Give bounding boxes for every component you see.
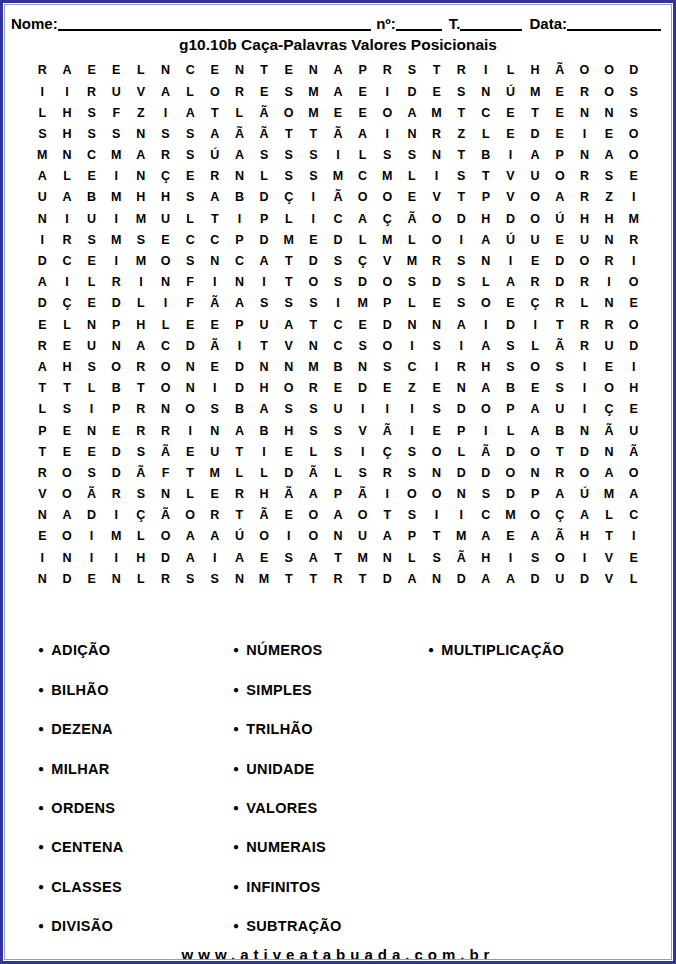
grid-cell: D <box>629 64 638 77</box>
grid-cell: C <box>186 234 195 247</box>
grid-cell: L <box>310 446 318 459</box>
grid-cell: C <box>358 170 367 183</box>
grid-cell: N <box>580 149 589 162</box>
grid-cell: B <box>481 149 490 162</box>
grid-cell: H <box>481 552 490 565</box>
grid-cell: E <box>630 552 638 565</box>
grid-cell: U <box>260 319 269 332</box>
grid-cell: E <box>506 107 514 120</box>
grid-cell: D <box>457 467 466 480</box>
grid-cell: F <box>112 107 120 120</box>
grid-cell: E <box>211 361 219 374</box>
grid-cell: V <box>605 573 613 586</box>
grid-cell: S <box>186 573 194 586</box>
grid-cell: T <box>310 128 318 141</box>
grid-cell: N <box>481 86 490 99</box>
grid-cell: H <box>161 191 170 204</box>
grid-cell: O <box>259 530 269 543</box>
grid-cell: N <box>210 425 219 438</box>
grid-cell: T <box>310 319 318 332</box>
word-list-item: ●INFINITOS <box>233 879 428 895</box>
class-label: T. <box>449 17 461 31</box>
grid-cell: M <box>431 107 441 120</box>
grid-cell: S <box>186 255 194 268</box>
grid-cell: D <box>506 488 515 501</box>
grid-cell: R <box>136 425 145 438</box>
grid-cell: E <box>605 128 613 141</box>
grid-cell: O <box>530 361 540 374</box>
grid-cell: D <box>457 213 466 226</box>
grid-cell: H <box>62 361 71 374</box>
grid-cell: B <box>260 425 269 438</box>
grid-cell: R <box>112 488 121 501</box>
grid-cell: R <box>383 64 392 77</box>
grid-cell: R <box>136 403 145 416</box>
bullet-icon: ● <box>38 803 44 813</box>
grid-cell: R <box>38 64 47 77</box>
grid-cell: M <box>505 509 515 522</box>
grid-cell: I <box>336 149 339 162</box>
grid-cell: M <box>308 107 318 120</box>
grid-cell: T <box>285 573 293 586</box>
grid-cell: I <box>410 403 413 416</box>
grid-cell: M <box>210 467 220 480</box>
grid-cell: R <box>161 573 170 586</box>
grid-cell: P <box>457 425 465 438</box>
grid-cell: M <box>37 149 47 162</box>
grid-cell: I <box>583 128 586 141</box>
word-label: BILHÃO <box>51 682 108 698</box>
grid-cell: E <box>432 425 440 438</box>
grid-cell: T <box>433 530 441 543</box>
grid-cell: S <box>457 86 465 99</box>
grid-cell: O <box>62 488 72 501</box>
grid-cell: E <box>211 64 219 77</box>
grid-cell: I <box>213 552 216 565</box>
grid-cell: M <box>259 573 269 586</box>
grid-cell: H <box>136 552 145 565</box>
grid-cell: B <box>555 425 564 438</box>
grid-cell: R <box>112 276 121 289</box>
grid-cell: P <box>334 488 342 501</box>
grid-cell: N <box>580 425 589 438</box>
grid-cell: T <box>556 446 564 459</box>
grid-cell: O <box>555 552 565 565</box>
grid-cell: N <box>605 234 614 247</box>
grid-cell: R <box>432 128 441 141</box>
grid-cell: D <box>87 509 96 522</box>
grid-cell: Ç <box>531 297 540 310</box>
grid-cell: M <box>111 530 121 543</box>
grid-cell: Ã <box>333 128 342 141</box>
grid-cell: I <box>114 509 117 522</box>
grid-cell: P <box>235 234 243 247</box>
grid-cell: A <box>235 552 244 565</box>
grid-cell: S <box>556 382 564 395</box>
word-label: UNIDADE <box>246 761 314 777</box>
grid-cell: R <box>161 425 170 438</box>
grid-cell: H <box>136 319 145 332</box>
grid-cell: N <box>38 213 47 226</box>
word-label: ORDENS <box>51 800 115 816</box>
grid-cell: E <box>432 86 440 99</box>
grid-cell: I <box>459 509 462 522</box>
grid-cell: S <box>260 297 268 310</box>
grid-cell: I <box>484 319 487 332</box>
grid-cell: A <box>358 213 367 226</box>
grid-cell: D <box>260 234 269 247</box>
grid-cell: A <box>531 149 540 162</box>
grid-cell: S <box>87 361 95 374</box>
grid-cell: A <box>605 149 614 162</box>
grid-cell: S <box>630 86 638 99</box>
grid-cell: M <box>357 552 367 565</box>
grid-cell: A <box>333 86 342 99</box>
grid-cell: I <box>583 552 586 565</box>
bullet-icon: ● <box>38 882 44 892</box>
grid-cell: E <box>506 128 514 141</box>
grid-cell: M <box>382 234 392 247</box>
grid-cell: O <box>580 255 590 268</box>
grid-cell: O <box>111 361 121 374</box>
grid-cell: A <box>481 573 490 586</box>
grid-cell: D <box>531 573 540 586</box>
word-list-item: ●VALORES <box>233 800 428 816</box>
grid-cell: T <box>383 509 391 522</box>
grid-cell: E <box>87 255 95 268</box>
grid-cell: I <box>484 64 487 77</box>
grid-cell: I <box>386 128 389 141</box>
word-label: VALORES <box>246 800 317 816</box>
bullet-icon: ● <box>233 921 239 931</box>
grid-cell: U <box>112 86 121 99</box>
grid-cell: O <box>382 276 392 289</box>
grid-cell: N <box>605 107 614 120</box>
grid-cell: I <box>484 425 487 438</box>
grid-cell: O <box>161 382 171 395</box>
grid-cell: I <box>312 191 315 204</box>
grid-cell: I <box>90 403 93 416</box>
grid-cell: L <box>186 86 194 99</box>
grid-cell: O <box>629 276 639 289</box>
grid-cell: Ã <box>260 107 269 120</box>
grid-cell: A <box>481 530 490 543</box>
grid-cell: H <box>284 425 293 438</box>
grid-cell: S <box>63 403 71 416</box>
grid-cell: S <box>506 361 514 374</box>
grid-cell: T <box>260 64 268 77</box>
grid-cell: A <box>260 403 269 416</box>
grid-cell: Ã <box>605 425 614 438</box>
grid-cell: N <box>309 340 318 353</box>
grid-cell: S <box>457 297 465 310</box>
grid-cell: D <box>358 276 367 289</box>
grid-cell: D <box>407 86 416 99</box>
grid-cell: R <box>333 573 342 586</box>
bullet-icon: ● <box>233 803 239 813</box>
grid-cell: B <box>87 191 96 204</box>
grid-cell: D <box>161 552 170 565</box>
word-list-item: ●DEZENA <box>38 721 233 737</box>
grid-cell: D <box>580 573 589 586</box>
word-label: MILHAR <box>51 761 109 777</box>
grid-cell: O <box>308 509 318 522</box>
grid-cell: I <box>287 530 290 543</box>
grid-cell: S <box>432 403 440 416</box>
grid-cell: A <box>260 255 269 268</box>
grid-cell: T <box>236 509 244 522</box>
word-list-item: ●SIMPLES <box>233 682 428 698</box>
grid-cell: Z <box>408 382 416 395</box>
grid-cell: Z <box>605 191 613 204</box>
grid-cell: H <box>580 213 589 226</box>
grid-cell: E <box>38 530 46 543</box>
grid-cell: L <box>507 64 515 77</box>
grid-cell: L <box>63 319 71 332</box>
grid-cell: S <box>408 149 416 162</box>
grid-cell: L <box>260 170 268 183</box>
grid-cell: E <box>112 64 120 77</box>
grid-cell: E <box>38 319 46 332</box>
grid-cell: E <box>260 552 268 565</box>
grid-cell: E <box>63 446 71 459</box>
grid-cell: M <box>382 170 392 183</box>
grid-cell: S <box>309 170 317 183</box>
grid-cell: T <box>531 107 539 120</box>
grid-cell: I <box>361 403 364 416</box>
grid-cell: E <box>186 319 194 332</box>
grid-cell: V <box>38 488 46 501</box>
grid-cell: L <box>507 425 515 438</box>
grid-cell: O <box>629 128 639 141</box>
grid-cell: T <box>211 107 219 120</box>
worksheet-page: Nome: nº: T. Data: g10.10b Caça-Palavras… <box>0 0 676 964</box>
grid-cell: P <box>531 488 539 501</box>
grid-cell: R <box>87 86 96 99</box>
word-list-item: ●CLASSES <box>38 879 233 895</box>
grid-cell: N <box>333 530 342 543</box>
grid-cell: C <box>235 255 244 268</box>
grid-cell: M <box>604 488 614 501</box>
grid-cell: L <box>137 64 145 77</box>
grid-cell: A <box>186 107 195 120</box>
grid-cell: I <box>361 446 364 459</box>
grid-cell: S <box>285 297 293 310</box>
grid-cell: Ã <box>481 446 490 459</box>
grid-cell: I <box>632 530 635 543</box>
word-label: SUBTRAÇÃO <box>246 918 341 934</box>
grid-cell: M <box>111 149 121 162</box>
grid-cell: N <box>407 128 416 141</box>
grid-cell: E <box>87 446 95 459</box>
grid-cell: D <box>383 319 392 332</box>
grid-cell: D <box>457 573 466 586</box>
grid-cell: I <box>509 149 512 162</box>
grid-cell: A <box>358 128 367 141</box>
grid-cell: D <box>112 467 121 480</box>
grid-cell: A <box>555 191 564 204</box>
grid-cell: U <box>629 425 638 438</box>
grid-cell: Ç <box>555 509 564 522</box>
grid-cell: S <box>408 467 416 480</box>
grid-cell: N <box>432 149 441 162</box>
grid-cell: A <box>210 191 219 204</box>
grid-cell: D <box>333 234 342 247</box>
bullet-icon: ● <box>233 882 239 892</box>
grid-cell: V <box>358 425 366 438</box>
grid-cell: I <box>188 425 191 438</box>
grid-cell: P <box>383 297 391 310</box>
date-blank-line <box>567 16 661 31</box>
grid-cell: L <box>162 319 170 332</box>
grid-cell: E <box>161 234 169 247</box>
grid-cell: C <box>407 361 416 374</box>
bullet-icon: ● <box>38 685 44 695</box>
grid-cell: A <box>309 552 318 565</box>
bullet-icon: ● <box>233 842 239 852</box>
grid-cell: N <box>38 509 47 522</box>
grid-cell: L <box>531 340 539 353</box>
bullet-icon: ● <box>233 724 239 734</box>
grid-cell: R <box>580 191 589 204</box>
grid-cell: E <box>358 319 366 332</box>
grid-cell: E <box>383 382 391 395</box>
grid-cell: T <box>38 446 46 459</box>
grid-cell: O <box>604 86 614 99</box>
grid-cell: E <box>358 86 366 99</box>
grid-cell: O <box>358 509 368 522</box>
grid-cell: N <box>580 107 589 120</box>
word-list-item: ●NÚMEROS <box>233 642 428 658</box>
grid-cell: E <box>63 340 71 353</box>
grid-cell: N <box>136 128 145 141</box>
grid-cell: N <box>161 64 170 77</box>
grid-cell: N <box>62 552 71 565</box>
word-label: SIMPLES <box>246 682 312 698</box>
grid-cell: O <box>432 213 442 226</box>
grid-cell: R <box>629 234 638 247</box>
grid-cell: R <box>235 86 244 99</box>
grid-cell: S <box>137 234 145 247</box>
word-list-item: ●SUBTRAÇÃO <box>233 918 428 934</box>
grid-cell: S <box>334 276 342 289</box>
grid-cell: R <box>580 170 589 183</box>
grid-cell: L <box>137 297 145 310</box>
bullet-icon: ● <box>233 764 239 774</box>
grid-cell: E <box>63 425 71 438</box>
grid-cell: L <box>38 107 46 120</box>
grid-cell: S <box>87 107 95 120</box>
bullet-icon: ● <box>233 645 239 655</box>
grid-cell: E <box>211 319 219 332</box>
word-list-item: ●TRILHÃO <box>233 721 428 737</box>
grid-cell: S <box>161 128 169 141</box>
word-list-item: ●DIVISÃO <box>38 918 233 934</box>
grid-cell: A <box>235 149 244 162</box>
grid-cell: N <box>260 361 269 374</box>
bullet-icon: ● <box>38 724 44 734</box>
grid-cell: N <box>210 255 219 268</box>
grid-cell: O <box>530 509 540 522</box>
grid-cell: T <box>457 149 465 162</box>
grid-cell: V <box>432 191 440 204</box>
grid-cell: I <box>583 382 586 395</box>
grid-cell: E <box>556 107 564 120</box>
word-list-item: ●NUMERAIS <box>233 839 428 855</box>
grid-cell: Ã <box>555 530 564 543</box>
grid-cell: O <box>284 382 294 395</box>
grid-cell: I <box>459 340 462 353</box>
grid-cell: R <box>580 276 589 289</box>
grid-cell: Z <box>137 107 145 120</box>
word-list: ●ADIÇÃO●BILHÃO●DEZENA●MILHAR●ORDENS●CENT… <box>38 631 673 946</box>
grid-cell: S <box>432 340 440 353</box>
grid-cell: L <box>137 573 145 586</box>
grid-cell: S <box>457 170 465 183</box>
grid-cell: S <box>408 509 416 522</box>
grid-cell: U <box>87 340 96 353</box>
grid-cell: I <box>336 297 339 310</box>
grid-cell: H <box>260 488 269 501</box>
grid-cell: D <box>555 276 564 289</box>
grid-cell: N <box>112 340 121 353</box>
grid-cell: I <box>164 297 167 310</box>
grid-cell: A <box>383 530 392 543</box>
grid-cell: L <box>334 467 342 480</box>
grid-cell: S <box>285 149 293 162</box>
word-list-item: ●ORDENS <box>38 800 233 816</box>
grid-cell: I <box>583 403 586 416</box>
grid-cell: C <box>161 340 170 353</box>
grid-cell: N <box>235 276 244 289</box>
grid-cell: I <box>65 86 68 99</box>
grid-cell: V <box>506 191 514 204</box>
word-label: CLASSES <box>51 879 122 895</box>
grid-cell: A <box>136 149 145 162</box>
grid-cell: I <box>238 340 241 353</box>
grid-cell: C <box>62 255 71 268</box>
grid-cell: I <box>583 361 586 374</box>
grid-cell: A <box>333 64 342 77</box>
grid-cell: S <box>358 467 366 480</box>
grid-cell: L <box>38 403 46 416</box>
bullet-icon: ● <box>38 842 44 852</box>
grid-cell: N <box>235 573 244 586</box>
grid-cell: O <box>62 467 72 480</box>
grid-cell: N <box>235 64 244 77</box>
grid-cell: D <box>506 319 515 332</box>
grid-cell: I <box>262 446 265 459</box>
bullet-icon: ● <box>428 645 434 655</box>
grid-cell: Ã <box>383 425 392 438</box>
grid-cell: A <box>210 530 219 543</box>
grid-cell: T <box>137 382 145 395</box>
grid-cell: T <box>186 467 194 480</box>
grid-cell: Ú <box>555 213 564 226</box>
grid-cell: S <box>211 403 219 416</box>
grid-cell: C <box>210 234 219 247</box>
grid-cell: I <box>238 213 241 226</box>
grid-cell: L <box>236 467 244 480</box>
grid-cell: D <box>112 446 121 459</box>
word-label: ADIÇÃO <box>51 642 110 658</box>
grid-cell: A <box>407 573 416 586</box>
grid-cell: T <box>38 382 46 395</box>
grid-cell: D <box>235 382 244 395</box>
grid-cell: N <box>161 276 170 289</box>
grid-cell: N <box>38 573 47 586</box>
grid-cell: L <box>408 234 416 247</box>
